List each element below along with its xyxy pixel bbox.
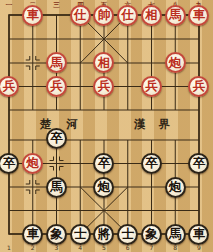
piece-red-elephant[interactable]: 相 bbox=[141, 5, 162, 26]
piece-red-soldier[interactable]: 兵 bbox=[93, 76, 114, 97]
piece-red-advisor[interactable]: 仕 bbox=[117, 5, 138, 26]
piece-red-general[interactable]: 帥 bbox=[93, 5, 114, 26]
piece-red-chariot[interactable]: 車 bbox=[188, 5, 209, 26]
piece-black-soldier[interactable]: 卒 bbox=[188, 153, 209, 174]
piece-black-soldier[interactable]: 卒 bbox=[93, 153, 114, 174]
piece-red-soldier[interactable]: 兵 bbox=[188, 76, 209, 97]
piece-red-advisor[interactable]: 仕 bbox=[70, 5, 91, 26]
piece-black-soldier[interactable]: 卒 bbox=[46, 128, 67, 149]
board: 車仕帥仕相馬車馬相炮兵兵兵兵兵卒卒炮卒卒卒馬炮炮車象士將士象馬車 bbox=[0, 3, 211, 246]
piece-black-elephant[interactable]: 象 bbox=[46, 224, 67, 245]
piece-black-chariot[interactable]: 車 bbox=[188, 224, 209, 245]
piece-black-elephant[interactable]: 象 bbox=[141, 224, 162, 245]
piece-red-cannon[interactable]: 炮 bbox=[22, 153, 43, 174]
piece-red-soldier[interactable]: 兵 bbox=[46, 76, 67, 97]
piece-red-soldier[interactable]: 兵 bbox=[0, 76, 19, 97]
piece-black-cannon[interactable]: 炮 bbox=[93, 177, 114, 198]
piece-black-cannon[interactable]: 炮 bbox=[165, 177, 186, 198]
piece-red-elephant[interactable]: 相 bbox=[93, 52, 114, 73]
xiangqi-board: 車仕帥仕相馬車馬相炮兵兵兵兵兵卒卒炮卒卒卒馬炮炮車象士將士象馬車 楚河 漢界 一… bbox=[0, 0, 213, 252]
piece-black-horse[interactable]: 馬 bbox=[46, 177, 67, 198]
piece-red-soldier[interactable]: 兵 bbox=[141, 76, 162, 97]
piece-red-cannon[interactable]: 炮 bbox=[165, 52, 186, 73]
piece-red-chariot[interactable]: 車 bbox=[22, 5, 43, 26]
piece-black-soldier[interactable]: 卒 bbox=[141, 153, 162, 174]
piece-black-general[interactable]: 將 bbox=[93, 224, 114, 245]
piece-red-horse[interactable]: 馬 bbox=[46, 52, 67, 73]
piece-red-horse[interactable]: 馬 bbox=[165, 5, 186, 26]
piece-black-advisor[interactable]: 士 bbox=[117, 224, 138, 245]
piece-black-soldier[interactable]: 卒 bbox=[0, 153, 19, 174]
piece-black-advisor[interactable]: 士 bbox=[70, 224, 91, 245]
piece-black-horse[interactable]: 馬 bbox=[165, 224, 186, 245]
piece-black-chariot[interactable]: 車 bbox=[22, 224, 43, 245]
